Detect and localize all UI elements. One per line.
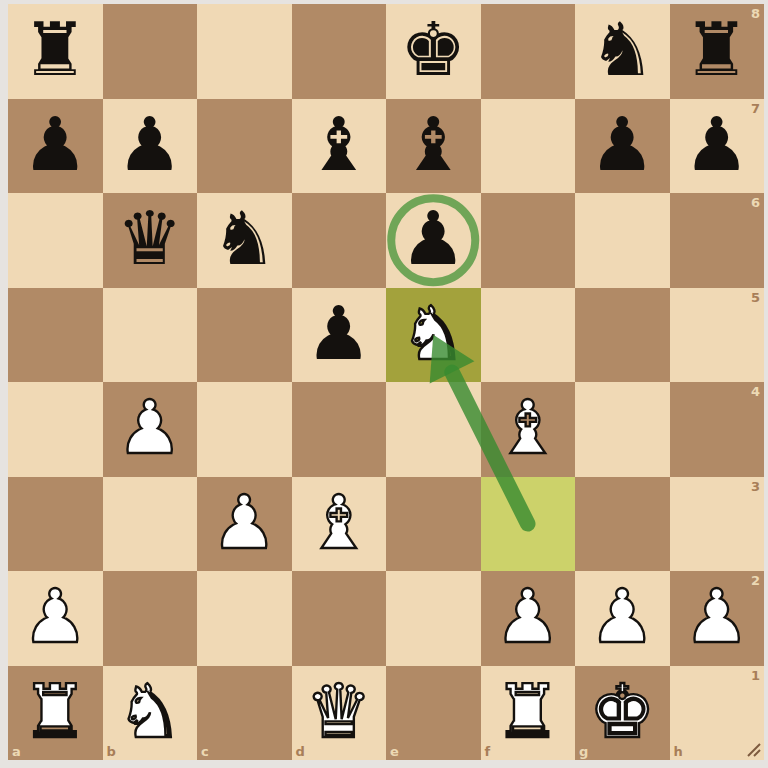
- square-h2[interactable]: ♟2: [670, 571, 765, 666]
- white-bishop[interactable]: ♝: [495, 390, 561, 464]
- white-pawn[interactable]: ♟: [589, 579, 655, 653]
- file-label-g: g: [579, 745, 588, 758]
- square-e6[interactable]: ♟: [386, 193, 481, 288]
- square-a5[interactable]: [8, 288, 103, 383]
- square-h8[interactable]: ♜8: [670, 4, 765, 99]
- square-b1[interactable]: ♞b: [103, 666, 198, 761]
- rank-label-7: 7: [751, 102, 760, 115]
- square-e3[interactable]: [386, 477, 481, 572]
- square-a3[interactable]: [8, 477, 103, 572]
- black-pawn[interactable]: ♟: [306, 296, 372, 370]
- square-h7[interactable]: ♟7: [670, 99, 765, 194]
- black-king[interactable]: ♚: [400, 12, 466, 86]
- file-label-c: c: [201, 745, 209, 758]
- square-f4[interactable]: ♝: [481, 382, 576, 477]
- black-pawn[interactable]: ♟: [684, 107, 750, 181]
- square-a2[interactable]: ♟: [8, 571, 103, 666]
- white-queen[interactable]: ♛: [306, 674, 372, 748]
- rank-label-5: 5: [751, 291, 760, 304]
- black-bishop[interactable]: ♝: [306, 107, 372, 181]
- square-e7[interactable]: ♝: [386, 99, 481, 194]
- black-rook[interactable]: ♜: [22, 12, 88, 86]
- square-c8[interactable]: [197, 4, 292, 99]
- white-knight[interactable]: ♞: [400, 296, 466, 370]
- square-d5[interactable]: ♟: [292, 288, 387, 383]
- square-b5[interactable]: [103, 288, 198, 383]
- square-g6[interactable]: [575, 193, 670, 288]
- square-b3[interactable]: [103, 477, 198, 572]
- square-c7[interactable]: [197, 99, 292, 194]
- square-b4[interactable]: ♟: [103, 382, 198, 477]
- rank-label-4: 4: [751, 385, 760, 398]
- board-resize-handle[interactable]: [744, 740, 762, 758]
- white-pawn[interactable]: ♟: [211, 485, 277, 559]
- square-b2[interactable]: [103, 571, 198, 666]
- square-f2[interactable]: ♟: [481, 571, 576, 666]
- square-f8[interactable]: [481, 4, 576, 99]
- black-rook[interactable]: ♜: [684, 12, 750, 86]
- black-knight[interactable]: ♞: [211, 201, 277, 275]
- resize-grip-icon: [744, 740, 762, 758]
- black-bishop[interactable]: ♝: [400, 107, 466, 181]
- square-g7[interactable]: ♟: [575, 99, 670, 194]
- square-d7[interactable]: ♝: [292, 99, 387, 194]
- square-a6[interactable]: [8, 193, 103, 288]
- square-d8[interactable]: [292, 4, 387, 99]
- rank-label-6: 6: [751, 196, 760, 209]
- square-h3[interactable]: 3: [670, 477, 765, 572]
- white-pawn[interactable]: ♟: [684, 579, 750, 653]
- square-c1[interactable]: c: [197, 666, 292, 761]
- square-f1[interactable]: ♜f: [481, 666, 576, 761]
- white-bishop[interactable]: ♝: [306, 485, 372, 559]
- white-pawn[interactable]: ♟: [22, 579, 88, 653]
- square-c3[interactable]: ♟: [197, 477, 292, 572]
- square-c5[interactable]: [197, 288, 292, 383]
- square-c6[interactable]: ♞: [197, 193, 292, 288]
- square-b8[interactable]: [103, 4, 198, 99]
- white-rook[interactable]: ♜: [495, 674, 561, 748]
- square-e2[interactable]: [386, 571, 481, 666]
- square-e4[interactable]: [386, 382, 481, 477]
- square-d3[interactable]: ♝: [292, 477, 387, 572]
- black-knight[interactable]: ♞: [589, 12, 655, 86]
- square-f6[interactable]: [481, 193, 576, 288]
- white-rook[interactable]: ♜: [22, 674, 88, 748]
- square-e5[interactable]: ♞: [386, 288, 481, 383]
- file-label-a: a: [12, 745, 21, 758]
- square-g4[interactable]: [575, 382, 670, 477]
- white-pawn[interactable]: ♟: [117, 390, 183, 464]
- square-d6[interactable]: [292, 193, 387, 288]
- square-g8[interactable]: ♞: [575, 4, 670, 99]
- square-g1[interactable]: ♚g: [575, 666, 670, 761]
- white-pawn[interactable]: ♟: [495, 579, 561, 653]
- white-king[interactable]: ♚: [589, 674, 655, 748]
- file-label-f: f: [485, 745, 491, 758]
- square-b6[interactable]: ♛: [103, 193, 198, 288]
- black-queen[interactable]: ♛: [117, 201, 183, 275]
- square-e8[interactable]: ♚: [386, 4, 481, 99]
- square-h6[interactable]: 6: [670, 193, 765, 288]
- square-b7[interactable]: ♟: [103, 99, 198, 194]
- black-pawn[interactable]: ♟: [589, 107, 655, 181]
- file-label-h: h: [674, 745, 683, 758]
- square-f7[interactable]: [481, 99, 576, 194]
- square-a7[interactable]: ♟: [8, 99, 103, 194]
- black-pawn[interactable]: ♟: [117, 107, 183, 181]
- chess-board[interactable]: ♜♚♞♜8♟♟♝♝♟♟7♛♞♟6♟♞5♟♝4♟♝3♟♟♟♟2♜a♞bc♛de♜f…: [8, 4, 764, 760]
- file-label-b: b: [107, 745, 116, 758]
- square-a1[interactable]: ♜a: [8, 666, 103, 761]
- square-h4[interactable]: 4: [670, 382, 765, 477]
- black-pawn[interactable]: ♟: [400, 201, 466, 275]
- white-knight[interactable]: ♞: [117, 674, 183, 748]
- page: { "game": "chess", "orientation": "white…: [0, 0, 768, 768]
- square-f3[interactable]: [481, 477, 576, 572]
- square-h5[interactable]: 5: [670, 288, 765, 383]
- rank-label-8: 8: [751, 7, 760, 20]
- square-d2[interactable]: [292, 571, 387, 666]
- square-g5[interactable]: [575, 288, 670, 383]
- square-c2[interactable]: [197, 571, 292, 666]
- square-f5[interactable]: [481, 288, 576, 383]
- rank-label-1: 1: [751, 669, 760, 682]
- black-pawn[interactable]: ♟: [22, 107, 88, 181]
- rank-label-2: 2: [751, 574, 760, 587]
- rank-label-3: 3: [751, 480, 760, 493]
- square-e1[interactable]: e: [386, 666, 481, 761]
- square-a4[interactable]: [8, 382, 103, 477]
- square-g3[interactable]: [575, 477, 670, 572]
- file-label-d: d: [296, 745, 305, 758]
- square-d1[interactable]: ♛d: [292, 666, 387, 761]
- file-label-e: e: [390, 745, 399, 758]
- square-a8[interactable]: ♜: [8, 4, 103, 99]
- square-d4[interactable]: [292, 382, 387, 477]
- square-c4[interactable]: [197, 382, 292, 477]
- square-g2[interactable]: ♟: [575, 571, 670, 666]
